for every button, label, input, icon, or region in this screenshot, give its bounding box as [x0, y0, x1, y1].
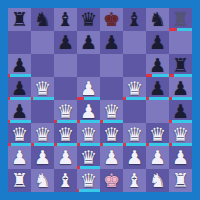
square-h5[interactable]: ♟ — [169, 77, 192, 100]
square-e5[interactable] — [100, 77, 123, 100]
square-c3[interactable]: ♛ — [54, 123, 77, 146]
white-king-e1: ♚ — [100, 169, 123, 192]
square-a7[interactable] — [8, 31, 31, 54]
square-g2[interactable]: ♟ — [146, 146, 169, 169]
square-b6[interactable] — [31, 54, 54, 77]
square-c8[interactable]: ♝ — [54, 8, 77, 31]
square-f6[interactable] — [123, 54, 146, 77]
black-rook-a8: ♜ — [8, 8, 31, 31]
square-f1[interactable]: ♝ — [123, 169, 146, 192]
square-g8[interactable]: ♞ — [146, 8, 169, 31]
square-g7[interactable]: ♟ — [146, 31, 169, 54]
white-knight-g1: ♞ — [146, 169, 169, 192]
square-h7[interactable] — [169, 31, 192, 54]
square-b5[interactable]: ♛ — [31, 77, 54, 100]
chess-board-frame: ♜♞♝♛♚♝♞♜♟♟♟♟♟♟♜♟♛♟♛♟♟♟♛♟♛♟♛♛♛♛♛♛♛♛♟♟♟♛♟♟… — [0, 0, 200, 200]
square-e1[interactable]: ♚ — [100, 169, 123, 192]
square-f3[interactable]: ♛ — [123, 123, 146, 146]
hp-bar-d1 — [77, 189, 100, 192]
square-d2[interactable]: ♛ — [77, 146, 100, 169]
white-rook-h1: ♜ — [169, 169, 192, 192]
square-a2[interactable]: ♟ — [8, 146, 31, 169]
white-pawn-b2: ♟ — [31, 146, 54, 169]
square-g1[interactable]: ♞ — [146, 169, 169, 192]
black-pawn-g7: ♟ — [146, 31, 169, 54]
square-e8[interactable]: ♚ — [100, 8, 123, 31]
square-b1[interactable]: ♞ — [31, 169, 54, 192]
black-bishop-c8: ♝ — [54, 8, 77, 31]
square-e2[interactable]: ♟ — [100, 146, 123, 169]
square-c7[interactable]: ♟ — [54, 31, 77, 54]
square-d4[interactable]: ♟ — [77, 100, 100, 123]
square-c5[interactable] — [54, 77, 77, 100]
square-d7[interactable]: ♟ — [77, 31, 100, 54]
square-g4[interactable] — [146, 100, 169, 123]
square-a3[interactable]: ♛ — [8, 123, 31, 146]
white-pawn-h2: ♟ — [169, 146, 192, 169]
white-pawn-f2: ♟ — [123, 146, 146, 169]
white-bishop-c1: ♝ — [54, 169, 77, 192]
square-a8[interactable]: ♜ — [8, 8, 31, 31]
square-h2[interactable]: ♟ — [169, 146, 192, 169]
square-g5[interactable]: ♟ — [146, 77, 169, 100]
square-f8[interactable]: ♝ — [123, 8, 146, 31]
square-d6[interactable] — [77, 54, 100, 77]
square-d8[interactable]: ♛ — [77, 8, 100, 31]
white-rook-a1: ♜ — [8, 169, 31, 192]
square-d3[interactable]: ♛ — [77, 123, 100, 146]
square-e7[interactable]: ♟ — [100, 31, 123, 54]
square-g6[interactable]: ♟ — [146, 54, 169, 77]
black-king-e8: ♚ — [100, 8, 123, 31]
square-c1[interactable]: ♝ — [54, 169, 77, 192]
black-pawn-c7: ♟ — [54, 31, 77, 54]
square-c6[interactable] — [54, 54, 77, 77]
black-pawn-e7: ♟ — [100, 31, 123, 54]
white-pawn-g2: ♟ — [146, 146, 169, 169]
white-pawn-a2: ♟ — [8, 146, 31, 169]
square-a4[interactable]: ♟ — [8, 100, 31, 123]
square-e3[interactable]: ♛ — [100, 123, 123, 146]
square-f5[interactable]: ♛ — [123, 77, 146, 100]
square-h4[interactable]: ♟ — [169, 100, 192, 123]
black-knight-b8: ♞ — [31, 8, 54, 31]
square-b2[interactable]: ♟ — [31, 146, 54, 169]
square-d1[interactable]: ♛ — [77, 169, 100, 192]
square-d5[interactable]: ♟ — [77, 77, 100, 100]
white-pawn-c2: ♟ — [54, 146, 77, 169]
square-h3[interactable]: ♛ — [169, 123, 192, 146]
chess-board: ♜♞♝♛♚♝♞♜♟♟♟♟♟♟♜♟♛♟♛♟♟♟♛♟♛♟♛♛♛♛♛♛♛♛♟♟♟♛♟♟… — [8, 8, 192, 192]
square-b7[interactable] — [31, 31, 54, 54]
square-a6[interactable]: ♟ — [8, 54, 31, 77]
black-knight-g8: ♞ — [146, 8, 169, 31]
square-f7[interactable] — [123, 31, 146, 54]
square-b3[interactable]: ♛ — [31, 123, 54, 146]
black-queen-d8: ♛ — [77, 8, 100, 31]
black-pawn-d7: ♟ — [77, 31, 100, 54]
square-h6[interactable]: ♜ — [169, 54, 192, 77]
square-a5[interactable]: ♟ — [8, 77, 31, 100]
square-g3[interactable]: ♛ — [146, 123, 169, 146]
square-e6[interactable] — [100, 54, 123, 77]
white-pawn-e2: ♟ — [100, 146, 123, 169]
square-b4[interactable] — [31, 100, 54, 123]
square-e4[interactable]: ♛ — [100, 100, 123, 123]
square-f4[interactable] — [123, 100, 146, 123]
square-h1[interactable]: ♜ — [169, 169, 192, 192]
square-c2[interactable]: ♟ — [54, 146, 77, 169]
square-f2[interactable]: ♟ — [123, 146, 146, 169]
white-bishop-f1: ♝ — [123, 169, 146, 192]
square-a1[interactable]: ♜ — [8, 169, 31, 192]
square-b8[interactable]: ♞ — [31, 8, 54, 31]
square-c4[interactable]: ♛ — [54, 100, 77, 123]
black-bishop-f8: ♝ — [123, 8, 146, 31]
square-h8[interactable]: ♜ — [169, 8, 192, 31]
white-knight-b1: ♞ — [31, 169, 54, 192]
